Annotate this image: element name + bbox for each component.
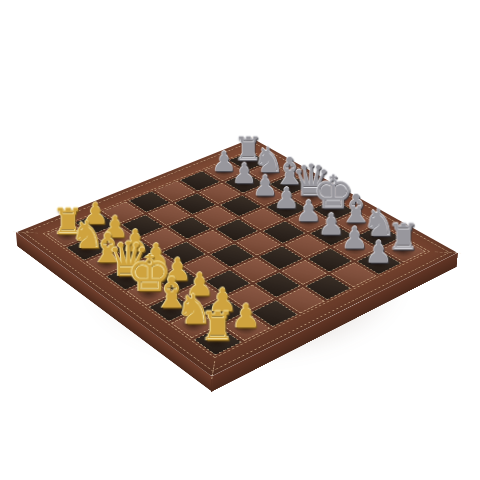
square-h7[interactable]: ♟ [357,250,402,274]
chess-board: ♜♞♝♛♚♝♞♜♟♟♟♟♟♟♟♟♟♟♟♟♟♟♟♟♜♞♝♛♚♝♞♜ [16,138,457,376]
scene: ♜♞♝♛♚♝♞♜♟♟♟♟♟♟♟♟♟♟♟♟♟♟♟♟♜♞♝♛♚♝♞♜ [0,0,480,480]
board-grid: ♜♞♝♛♚♝♞♜♟♟♟♟♟♟♟♟♟♟♟♟♟♟♟♟♜♞♝♛♚♝♞♜ [47,152,426,356]
gold-rook[interactable]: ♜ [185,307,251,347]
silver-pawn[interactable]: ♟ [348,237,409,268]
product-photo-stage: ♜♞♝♛♚♝♞♜♟♟♟♟♟♟♟♟♟♟♟♟♟♟♟♟♜♞♝♛♚♝♞♜ [0,0,480,480]
square-h1[interactable]: ♜ [194,327,242,355]
